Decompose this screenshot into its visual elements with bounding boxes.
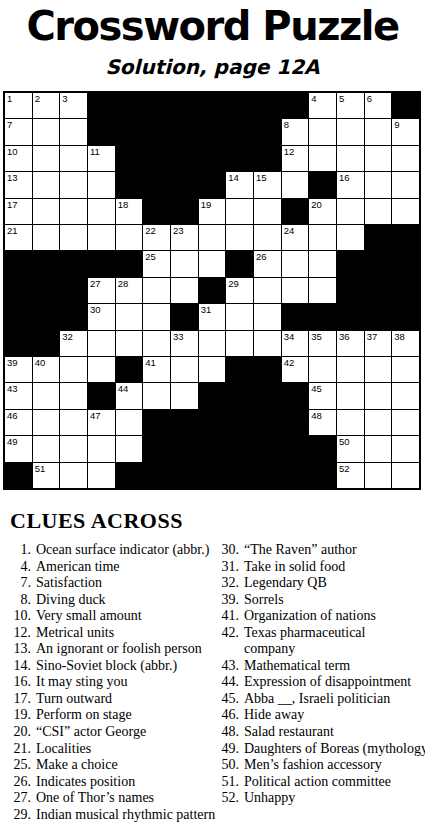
grid-cell[interactable]: [116, 410, 143, 435]
grid-cell[interactable]: [60, 172, 87, 197]
grid-cell[interactable]: 31: [199, 304, 226, 329]
grid-cell[interactable]: [309, 357, 336, 382]
cell-number: 29: [228, 278, 239, 289]
block-cell: [199, 146, 226, 171]
grid-cell[interactable]: [392, 199, 419, 224]
block-cell: [171, 304, 198, 329]
grid-cell[interactable]: 14: [226, 172, 253, 197]
clue-item: 43.Mathematical term: [218, 658, 425, 675]
cell-number: 34: [284, 331, 295, 342]
clue-text: Texas pharmaceutical company: [244, 625, 365, 658]
cell-number: 23: [173, 225, 184, 236]
grid-cell[interactable]: [116, 436, 143, 461]
grid-cell[interactable]: [282, 278, 309, 303]
cell-number: 1: [7, 93, 12, 104]
grid-cell[interactable]: [337, 357, 364, 382]
block-cell: [171, 146, 198, 171]
block-cell: [309, 304, 336, 329]
grid-cell[interactable]: 29: [226, 278, 253, 303]
block-cell: [226, 93, 253, 118]
block-cell: [282, 304, 309, 329]
clue-number: 20.: [10, 724, 36, 741]
grid-cell[interactable]: [171, 357, 198, 382]
grid-cell[interactable]: [365, 146, 392, 171]
grid-cell[interactable]: 44: [116, 383, 143, 408]
grid-cell[interactable]: [143, 331, 170, 356]
page-subtitle: Solution, page 12A: [0, 55, 425, 79]
grid-cell[interactable]: [337, 119, 364, 144]
block-cell: [365, 251, 392, 276]
cell-number: 44: [118, 383, 129, 394]
clue-text: Abba __, Israeli politician: [244, 691, 390, 708]
grid-cell[interactable]: 25: [143, 251, 170, 276]
cell-number: 49: [7, 436, 18, 447]
clue-item: 50.Men’s fashion accessory: [218, 757, 425, 774]
block-cell: [282, 93, 309, 118]
grid-cell[interactable]: 19: [199, 199, 226, 224]
grid-cell[interactable]: 38: [392, 331, 419, 356]
cell-number: 14: [228, 172, 239, 183]
clue-item: 7.Satisfaction: [10, 575, 218, 592]
grid-cell[interactable]: 39: [5, 357, 32, 382]
block-cell: [88, 119, 115, 144]
grid-cell[interactable]: [309, 146, 336, 171]
grid-cell[interactable]: 43: [5, 383, 32, 408]
grid-cell[interactable]: [365, 463, 392, 488]
clue-text: Localities: [36, 741, 91, 758]
block-cell: [199, 436, 226, 461]
grid-cell[interactable]: [88, 463, 115, 488]
grid-cell[interactable]: [33, 225, 60, 250]
clue-item: 29.Indian musical rhythmic pattern: [10, 807, 218, 824]
grid-cell[interactable]: 9: [392, 119, 419, 144]
grid-cell[interactable]: [33, 119, 60, 144]
grid-cell[interactable]: [226, 304, 253, 329]
grid-cell[interactable]: 20: [309, 199, 336, 224]
cell-number: 46: [7, 410, 18, 421]
grid-cell[interactable]: 17: [5, 199, 32, 224]
grid-cell[interactable]: [33, 146, 60, 171]
clue-text: Sorrels: [244, 592, 284, 609]
block-cell: [116, 463, 143, 488]
clue-text: One of Thor’s names: [36, 790, 154, 807]
cell-number: 43: [7, 383, 18, 394]
clue-text: Legendary QB: [244, 575, 327, 592]
grid-cell[interactable]: 35: [309, 331, 336, 356]
clues-column-right: 30.“The Raven” author31.Take in solid fo…: [218, 542, 425, 823]
block-cell: [88, 251, 115, 276]
cell-number: 51: [35, 463, 46, 474]
block-cell: [116, 146, 143, 171]
grid-cell[interactable]: [143, 383, 170, 408]
clue-item: 45.Abba __, Israeli politician: [218, 691, 425, 708]
cell-number: 32: [62, 331, 73, 342]
clue-number: 26.: [10, 774, 36, 791]
grid-cell[interactable]: 10: [5, 146, 32, 171]
cell-number: 25: [145, 251, 156, 262]
clue-text: Turn outward: [36, 691, 112, 708]
grid-cell[interactable]: [337, 225, 364, 250]
cell-number: 9: [394, 119, 399, 130]
block-cell: [33, 278, 60, 303]
clue-number: 17.: [10, 691, 36, 708]
clue-text: Organization of nations: [244, 608, 376, 625]
grid-cell[interactable]: [392, 436, 419, 461]
grid-cell[interactable]: 5: [337, 93, 364, 118]
grid-cell[interactable]: [365, 436, 392, 461]
clue-item: 25.Make a choice: [10, 757, 218, 774]
block-cell: [199, 172, 226, 197]
grid-cell[interactable]: 46: [5, 410, 32, 435]
grid-cell[interactable]: 11: [88, 146, 115, 171]
grid-cell[interactable]: [226, 331, 253, 356]
grid-cell[interactable]: [88, 331, 115, 356]
clue-text: Very small amount: [36, 608, 142, 625]
grid-cell[interactable]: [254, 278, 281, 303]
grid-cell[interactable]: [337, 199, 364, 224]
block-cell: [282, 383, 309, 408]
grid-cell[interactable]: [282, 172, 309, 197]
grid-cell[interactable]: [171, 278, 198, 303]
clue-number: 44.: [218, 674, 244, 691]
grid-cell[interactable]: [171, 383, 198, 408]
grid-cell[interactable]: [88, 225, 115, 250]
block-cell: [171, 463, 198, 488]
grid-cell[interactable]: [392, 357, 419, 382]
grid-cell[interactable]: [365, 410, 392, 435]
clue-number: 46.: [218, 707, 244, 724]
grid-cell[interactable]: [88, 172, 115, 197]
clue-text: Unhappy: [244, 790, 295, 807]
block-cell: [171, 119, 198, 144]
block-cell: [88, 383, 115, 408]
block-cell: [337, 278, 364, 303]
block-cell: [143, 410, 170, 435]
cell-number: 31: [201, 304, 212, 315]
grid-cell[interactable]: [282, 251, 309, 276]
clue-item: 19.Perform on stage: [10, 707, 218, 724]
cell-number: 13: [7, 172, 18, 183]
cell-number: 5: [339, 93, 344, 104]
grid-cell[interactable]: [365, 357, 392, 382]
grid-cell[interactable]: [365, 383, 392, 408]
grid-cell[interactable]: [309, 251, 336, 276]
clue-text: Mathematical term: [244, 658, 350, 675]
clues-columns: 1.Ocean surface indicator (abbr.)4.Ameri…: [10, 542, 424, 823]
grid-cell[interactable]: [337, 410, 364, 435]
clue-item: 42.Texas pharmaceutical company: [218, 625, 425, 658]
grid-cell[interactable]: [116, 304, 143, 329]
block-cell: [282, 410, 309, 435]
grid-cell[interactable]: [60, 225, 87, 250]
block-cell: [143, 463, 170, 488]
cell-number: 45: [311, 383, 322, 394]
grid-cell[interactable]: [365, 172, 392, 197]
grid-cell[interactable]: 7: [5, 119, 32, 144]
grid-cell[interactable]: 42: [282, 357, 309, 382]
block-cell: [143, 199, 170, 224]
block-cell: [33, 304, 60, 329]
grid-cell[interactable]: [365, 199, 392, 224]
block-cell: [226, 119, 253, 144]
grid-cell[interactable]: [226, 199, 253, 224]
grid-cell[interactable]: [88, 199, 115, 224]
block-cell: [337, 304, 364, 329]
grid-cell[interactable]: [60, 357, 87, 382]
clue-text: Make a choice: [36, 757, 118, 774]
grid-cell[interactable]: [226, 225, 253, 250]
grid-cell[interactable]: [33, 383, 60, 408]
grid-cell[interactable]: [60, 383, 87, 408]
cell-number: 8: [284, 119, 289, 130]
cell-number: 26: [256, 251, 267, 262]
grid-cell[interactable]: [171, 251, 198, 276]
block-cell: [282, 463, 309, 488]
block-cell: [116, 93, 143, 118]
clue-item: 20.“CSI” actor George: [10, 724, 218, 741]
clue-number: 31.: [218, 559, 244, 576]
grid-cell[interactable]: 28: [116, 278, 143, 303]
cell-number: 24: [284, 225, 295, 236]
cell-number: 4: [311, 93, 316, 104]
grid-cell[interactable]: [365, 119, 392, 144]
grid-cell[interactable]: 16: [337, 172, 364, 197]
grid-cell[interactable]: 27: [88, 278, 115, 303]
grid-cell[interactable]: [199, 331, 226, 356]
grid-cell[interactable]: [143, 304, 170, 329]
grid-cell[interactable]: 48: [309, 410, 336, 435]
grid-cell[interactable]: [309, 225, 336, 250]
grid-cell[interactable]: 33: [171, 331, 198, 356]
grid-cell[interactable]: 41: [143, 357, 170, 382]
block-cell: [226, 383, 253, 408]
block-cell: [5, 304, 32, 329]
grid-cell[interactable]: 8: [282, 119, 309, 144]
cell-number: 19: [201, 199, 212, 210]
grid-cell[interactable]: 36: [337, 331, 364, 356]
clue-number: 13.: [10, 641, 36, 658]
block-cell: [143, 93, 170, 118]
grid-cell[interactable]: [33, 436, 60, 461]
grid-cell[interactable]: 45: [309, 383, 336, 408]
cell-number: 18: [118, 199, 129, 210]
grid-cell[interactable]: 47: [88, 410, 115, 435]
grid-cell[interactable]: [392, 172, 419, 197]
grid-cell[interactable]: 37: [365, 331, 392, 356]
grid-cell[interactable]: [392, 146, 419, 171]
block-cell: [254, 436, 281, 461]
clue-number: 43.: [218, 658, 244, 675]
grid-cell[interactable]: [254, 199, 281, 224]
grid-cell[interactable]: [254, 304, 281, 329]
grid-cell[interactable]: 51: [33, 463, 60, 488]
cell-number: 37: [367, 331, 378, 342]
grid-cell[interactable]: 22: [143, 225, 170, 250]
block-cell: [226, 146, 253, 171]
block-cell: [226, 410, 253, 435]
grid-cell[interactable]: [143, 278, 170, 303]
crossword-grid: 1234567891011121314151617181920212223242…: [3, 91, 421, 490]
grid-cell[interactable]: 32: [60, 331, 87, 356]
grid-cell[interactable]: 30: [88, 304, 115, 329]
clue-text: Expression of disappointment: [244, 674, 411, 691]
grid-cell[interactable]: 23: [171, 225, 198, 250]
clue-item: 27.One of Thor’s names: [10, 790, 218, 807]
grid-cell[interactable]: [337, 383, 364, 408]
clue-item: 17.Turn outward: [10, 691, 218, 708]
grid-cell[interactable]: 21: [5, 225, 32, 250]
block-cell: [143, 146, 170, 171]
grid-cell[interactable]: [199, 357, 226, 382]
clue-number: 29.: [10, 807, 36, 824]
block-cell: [116, 119, 143, 144]
clue-number: 50.: [218, 757, 244, 774]
clue-item: 41.Organization of nations: [218, 608, 425, 625]
clue-text: Indicates position: [36, 774, 135, 791]
block-cell: [309, 463, 336, 488]
block-cell: [5, 278, 32, 303]
block-cell: [254, 357, 281, 382]
clue-number: 41.: [218, 608, 244, 625]
clue-text: American time: [36, 559, 120, 576]
clue-item: 39.Sorrels: [218, 592, 425, 609]
clue-number: 4.: [10, 559, 36, 576]
cell-number: 6: [367, 93, 372, 104]
block-cell: [254, 146, 281, 171]
block-cell: [392, 93, 419, 118]
clue-text: “The Raven” author: [244, 542, 357, 559]
clue-number: 32.: [218, 575, 244, 592]
clue-number: 10.: [10, 608, 36, 625]
grid-cell[interactable]: [88, 357, 115, 382]
grid-cell[interactable]: 40: [33, 357, 60, 382]
grid-cell[interactable]: [33, 199, 60, 224]
clue-text: Salad restaurant: [244, 724, 334, 741]
grid-cell[interactable]: [60, 410, 87, 435]
grid-cell[interactable]: 13: [5, 172, 32, 197]
block-cell: [392, 304, 419, 329]
grid-cell[interactable]: [60, 119, 87, 144]
clue-item: 13.An ignorant or foolish person: [10, 641, 218, 658]
grid-cell[interactable]: [116, 331, 143, 356]
grid-cell[interactable]: [33, 172, 60, 197]
block-cell: [254, 93, 281, 118]
grid-cell[interactable]: [392, 410, 419, 435]
block-cell: [171, 410, 198, 435]
grid-cell[interactable]: [254, 225, 281, 250]
clue-number: 19.: [10, 707, 36, 724]
grid-cell[interactable]: [88, 436, 115, 461]
clue-item: 48.Salad restaurant: [218, 724, 425, 741]
grid-cell[interactable]: [199, 225, 226, 250]
clue-text: An ignorant or foolish person: [36, 641, 202, 658]
block-cell: [5, 463, 32, 488]
grid-cell[interactable]: 6: [365, 93, 392, 118]
cell-number: 20: [311, 199, 322, 210]
clue-item: 30.“The Raven” author: [218, 542, 425, 559]
block-cell: [226, 463, 253, 488]
grid-cell[interactable]: 50: [337, 436, 364, 461]
clue-number: 52.: [218, 790, 244, 807]
clue-text: Diving duck: [36, 592, 106, 609]
clue-number: 7.: [10, 575, 36, 592]
grid-cell[interactable]: 12: [282, 146, 309, 171]
clue-text: Daughters of Boreas (mythology): [244, 741, 425, 758]
grid-cell[interactable]: [254, 331, 281, 356]
block-cell: [116, 172, 143, 197]
grid-cell[interactable]: [60, 146, 87, 171]
block-cell: [365, 225, 392, 250]
clue-item: 51.Political action committee: [218, 774, 425, 791]
grid-cell[interactable]: [199, 251, 226, 276]
block-cell: [199, 383, 226, 408]
block-cell: [116, 357, 143, 382]
clues-heading: CLUES ACROSS: [10, 508, 424, 534]
grid-cell[interactable]: 2: [33, 93, 60, 118]
clue-item: 31.Take in solid food: [218, 559, 425, 576]
grid-cell[interactable]: 15: [254, 172, 281, 197]
clue-text: Hide away: [244, 707, 304, 724]
block-cell: [116, 251, 143, 276]
grid-cell[interactable]: [116, 225, 143, 250]
clue-number: 25.: [10, 757, 36, 774]
grid-cell[interactable]: [392, 463, 419, 488]
grid-cell[interactable]: [309, 278, 336, 303]
block-cell: [5, 331, 32, 356]
grid-cell[interactable]: 52: [337, 463, 364, 488]
grid-cell[interactable]: [60, 199, 87, 224]
cell-number: 33: [173, 331, 184, 342]
clue-number: 27.: [10, 790, 36, 807]
block-cell: [33, 331, 60, 356]
cell-number: 27: [90, 278, 101, 289]
grid-cell[interactable]: [309, 119, 336, 144]
clue-item: 46.Hide away: [218, 707, 425, 724]
grid-cell[interactable]: 3: [60, 93, 87, 118]
cell-number: 42: [284, 357, 295, 368]
grid-cell[interactable]: [392, 383, 419, 408]
clue-text: Sino-Soviet block (abbr.): [36, 658, 177, 675]
block-cell: [282, 199, 309, 224]
grid-cell[interactable]: [33, 410, 60, 435]
grid-cell[interactable]: [337, 146, 364, 171]
grid-cell[interactable]: 24: [282, 225, 309, 250]
grid-cell[interactable]: 18: [116, 199, 143, 224]
clue-number: 51.: [218, 774, 244, 791]
block-cell: [5, 251, 32, 276]
grid-cell[interactable]: 1: [5, 93, 32, 118]
cell-number: 17: [7, 199, 18, 210]
clue-item: 14.Sino-Soviet block (abbr.): [10, 658, 218, 675]
block-cell: [199, 463, 226, 488]
block-cell: [254, 463, 281, 488]
grid-cell[interactable]: 4: [309, 93, 336, 118]
clue-text: It may sting you: [36, 674, 127, 691]
grid-cell[interactable]: 34: [282, 331, 309, 356]
clue-number: 49.: [218, 741, 244, 758]
block-cell: [254, 410, 281, 435]
grid-cell[interactable]: [60, 463, 87, 488]
clue-number: 48.: [218, 724, 244, 741]
block-cell: [171, 436, 198, 461]
block-cell: [392, 251, 419, 276]
grid-cell[interactable]: [60, 436, 87, 461]
clue-text: Take in solid food: [244, 559, 345, 576]
clue-number: 45.: [218, 691, 244, 708]
block-cell: [33, 251, 60, 276]
grid-cell[interactable]: 26: [254, 251, 281, 276]
grid-cell[interactable]: 49: [5, 436, 32, 461]
